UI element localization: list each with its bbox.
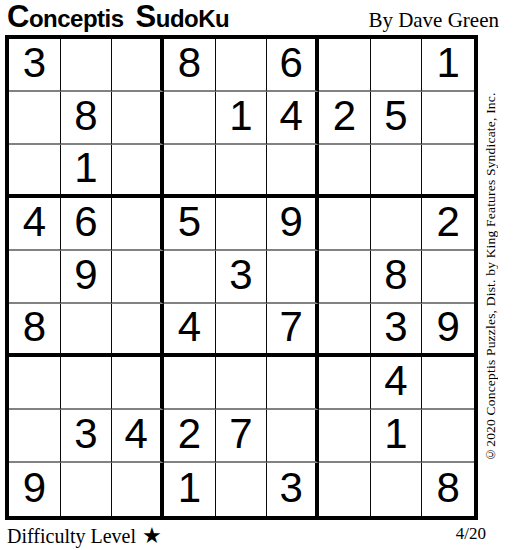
given-digit: 8: [178, 42, 201, 87]
cell-r4c6: 9: [267, 198, 319, 251]
cell-r1c9: 1: [422, 39, 474, 92]
cell-r8c7: [319, 410, 371, 463]
cell-r9c9: 8: [422, 463, 474, 516]
cell-r3c5: [216, 145, 268, 198]
given-digit: 1: [74, 147, 97, 192]
cell-r3c8: [371, 145, 423, 198]
given-digit: 8: [436, 467, 459, 512]
cell-r4c1: 4: [9, 198, 61, 251]
cell-r6c1: 8: [9, 304, 61, 357]
cell-r7c2: [61, 357, 113, 410]
cell-r3c4: [164, 145, 216, 198]
cell-r2c3: [112, 92, 164, 145]
difficulty-level: Difficulty Level★: [7, 523, 162, 549]
cell-r4c2: 6: [61, 198, 113, 251]
sudoku-page: Conceptis SudoKu By Dave Green 386181425…: [0, 0, 513, 550]
cell-r5c4: [164, 251, 216, 304]
cell-r8c8: 1: [371, 410, 423, 463]
cell-r3c7: [319, 145, 371, 198]
cell-r5c5: 3: [216, 251, 268, 304]
given-digit: 1: [384, 413, 407, 458]
given-digit: 6: [279, 42, 302, 87]
cell-r4c4: 5: [164, 198, 216, 251]
cell-r1c4: 8: [164, 39, 216, 92]
cell-r6c2: [61, 304, 113, 357]
cell-r8c3: 4: [112, 410, 164, 463]
cell-r2c8: 5: [371, 92, 423, 145]
cell-r5c3: [112, 251, 164, 304]
logo-word1-cap: C: [7, 0, 29, 34]
cell-r3c3: [112, 145, 164, 198]
given-digit: 4: [124, 413, 147, 458]
cell-r9c6: 3: [267, 463, 319, 516]
puzzle-number: 4/20: [456, 524, 486, 544]
cell-r5c8: 8: [371, 251, 423, 304]
cell-r4c7: [319, 198, 371, 251]
given-digit: 5: [178, 201, 201, 246]
given-digit: 2: [178, 413, 201, 458]
given-digit: 9: [436, 306, 459, 351]
given-digit: 7: [229, 413, 252, 458]
logo-word2-rest: udoKu: [156, 5, 229, 32]
cell-r5c7: [319, 251, 371, 304]
cell-r5c6: [267, 251, 319, 304]
given-digit: 9: [23, 467, 46, 512]
cell-r6c8: 3: [371, 304, 423, 357]
given-digit: 3: [384, 306, 407, 351]
cell-r1c6: 6: [267, 39, 319, 92]
cell-r8c9: [422, 410, 474, 463]
given-digit: 3: [23, 42, 46, 87]
cell-r1c7: [319, 39, 371, 92]
given-digit: 8: [23, 306, 46, 351]
given-digit: 2: [333, 95, 356, 140]
cell-r2c5: 1: [216, 92, 268, 145]
given-digit: 1: [178, 467, 201, 512]
cell-r5c1: [9, 251, 61, 304]
given-digit: 1: [436, 42, 459, 87]
sudoku-board: 386181425146592938847394342719138: [5, 35, 478, 520]
cell-r6c4: 4: [164, 304, 216, 357]
given-digit: 4: [178, 306, 201, 351]
given-digit: 3: [279, 467, 302, 512]
conceptis-sudoku-logo: Conceptis SudoKu: [7, 1, 229, 38]
copyright-text: ©2020 Conceptis Puzzles, Dist. by King F…: [483, 35, 511, 520]
given-digit: 4: [23, 201, 46, 246]
cell-r3c9: [422, 145, 474, 198]
given-digit: 7: [279, 306, 302, 351]
cell-r6c5: [216, 304, 268, 357]
cell-r1c3: [112, 39, 164, 92]
logo-word1-rest: onceptis: [29, 5, 124, 32]
cell-r7c1: [9, 357, 61, 410]
cell-r3c1: [9, 145, 61, 198]
cell-r7c9: [422, 357, 474, 410]
cell-r1c5: [216, 39, 268, 92]
cell-r9c5: [216, 463, 268, 516]
cell-r1c1: 3: [9, 39, 61, 92]
cell-r2c1: [9, 92, 61, 145]
cell-r7c6: [267, 357, 319, 410]
cell-r2c9: [422, 92, 474, 145]
cell-r4c5: [216, 198, 268, 251]
cell-r9c8: [371, 463, 423, 516]
given-digit: 1: [229, 95, 252, 140]
difficulty-label: Difficulty Level: [7, 525, 136, 547]
given-digit: 8: [384, 254, 407, 299]
cell-r3c2: 1: [61, 145, 113, 198]
given-digit: 3: [229, 254, 252, 299]
cell-r8c1: [9, 410, 61, 463]
cell-r8c4: 2: [164, 410, 216, 463]
cell-r3c6: [267, 145, 319, 198]
given-digit: 3: [74, 413, 97, 458]
given-digit: 6: [74, 201, 97, 246]
cell-r8c5: 7: [216, 410, 268, 463]
cell-r2c7: 2: [319, 92, 371, 145]
author-byline: By Dave Green: [368, 8, 499, 33]
cell-r2c4: [164, 92, 216, 145]
cell-r8c2: 3: [61, 410, 113, 463]
cell-r5c9: [422, 251, 474, 304]
cell-r6c3: [112, 304, 164, 357]
given-digit: 5: [384, 95, 407, 140]
cell-r9c4: 1: [164, 463, 216, 516]
cell-r9c1: 9: [9, 463, 61, 516]
cell-r4c8: [371, 198, 423, 251]
cell-r1c2: [61, 39, 113, 92]
cell-r7c5: [216, 357, 268, 410]
cell-r2c6: 4: [267, 92, 319, 145]
cell-r7c7: [319, 357, 371, 410]
star-icon: ★: [142, 523, 162, 548]
cell-r6c7: [319, 304, 371, 357]
cell-r7c8: 4: [371, 357, 423, 410]
cell-r9c2: [61, 463, 113, 516]
cell-r9c7: [319, 463, 371, 516]
cell-r7c4: [164, 357, 216, 410]
cell-r9c3: [112, 463, 164, 516]
given-digit: 8: [74, 95, 97, 140]
cell-r1c8: [371, 39, 423, 92]
cell-r4c3: [112, 198, 164, 251]
cell-r8c6: [267, 410, 319, 463]
given-digit: 2: [436, 201, 459, 246]
given-digit: 4: [384, 360, 407, 405]
cell-r6c9: 9: [422, 304, 474, 357]
cell-r2c2: 8: [61, 92, 113, 145]
cell-r4c9: 2: [422, 198, 474, 251]
logo-word2-cap: S: [136, 0, 156, 34]
given-digit: 4: [279, 95, 302, 140]
cell-r7c3: [112, 357, 164, 410]
cell-r5c2: 9: [61, 251, 113, 304]
given-digit: 9: [74, 254, 97, 299]
cell-r6c6: 7: [267, 304, 319, 357]
given-digit: 9: [279, 201, 302, 246]
